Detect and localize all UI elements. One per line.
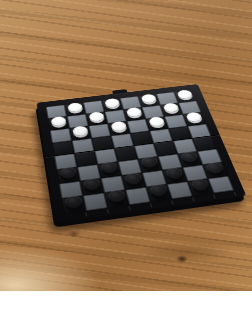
white-checker[interactable] xyxy=(185,111,202,122)
black-checker[interactable] xyxy=(205,161,224,173)
product-photo xyxy=(0,0,252,315)
black-checker[interactable] xyxy=(140,156,158,168)
white-checker[interactable] xyxy=(50,116,66,127)
black-checker[interactable] xyxy=(107,189,126,202)
playing-area xyxy=(46,90,234,214)
black-checker[interactable] xyxy=(82,178,100,191)
wood-tabletop xyxy=(0,0,252,291)
black-checker[interactable] xyxy=(124,172,142,185)
white-checker[interactable] xyxy=(72,125,89,136)
black-checker[interactable] xyxy=(59,166,76,178)
white-checker[interactable] xyxy=(67,102,83,112)
white-checker[interactable] xyxy=(104,98,120,108)
black-checker[interactable] xyxy=(64,195,82,209)
black-checker[interactable] xyxy=(190,178,209,191)
hinge-clasp xyxy=(112,89,128,94)
square-r8c1[interactable] xyxy=(62,196,87,214)
white-checker[interactable] xyxy=(176,89,193,99)
white-checker[interactable] xyxy=(125,107,142,117)
black-checker[interactable] xyxy=(100,161,118,173)
white-checker[interactable] xyxy=(110,121,127,132)
black-checker[interactable] xyxy=(148,184,167,197)
square-r8c8[interactable] xyxy=(208,176,234,193)
white-checker[interactable] xyxy=(140,93,156,103)
photo-bottom-margin xyxy=(0,291,252,315)
black-checker[interactable] xyxy=(164,167,183,180)
white-checker[interactable] xyxy=(148,116,165,127)
white-checker[interactable] xyxy=(162,102,179,112)
white-checker[interactable] xyxy=(88,111,104,122)
black-checker[interactable] xyxy=(180,151,199,163)
